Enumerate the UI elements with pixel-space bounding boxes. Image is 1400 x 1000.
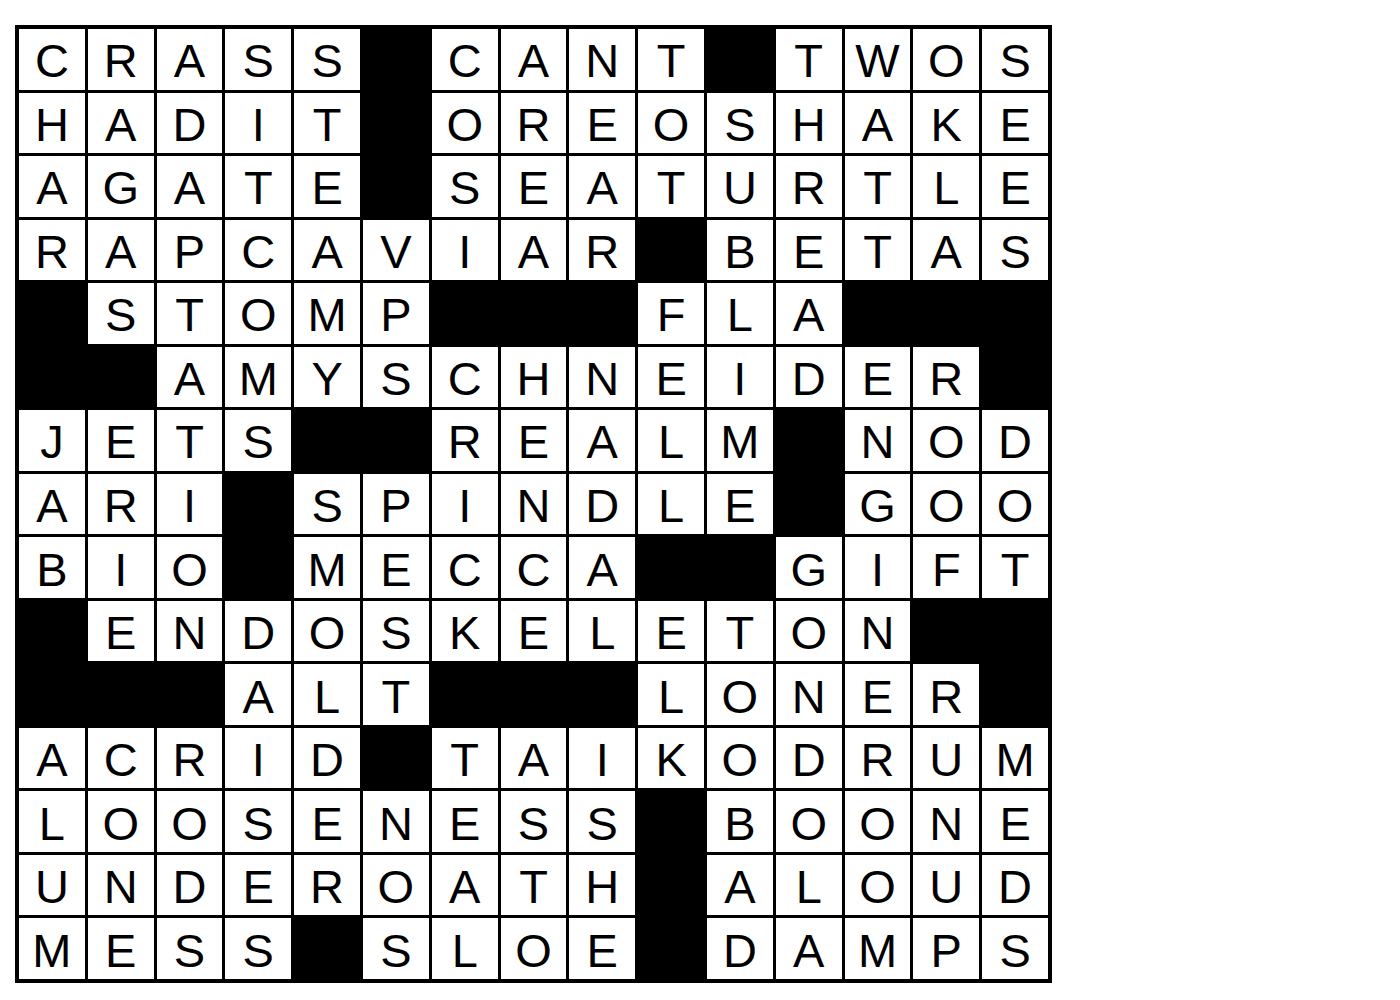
letter-cell-r7c8[interactable]: E [501, 410, 567, 471]
letter-cell-r3c1[interactable]: A [19, 156, 85, 217]
black-cell-r11c3 [157, 664, 223, 725]
letter-cell-r14c1[interactable]: U [19, 855, 85, 916]
letter-cell-r15c12[interactable]: A [776, 918, 842, 979]
cell-letter: T [175, 288, 204, 338]
letter-cell-r9c5[interactable]: M [294, 537, 360, 598]
letter-cell-r3c15[interactable]: E [982, 156, 1048, 217]
cell-letter: I [458, 225, 471, 275]
cell-letter: G [102, 161, 139, 211]
letter-cell-r13c4[interactable]: S [225, 791, 291, 852]
black-cell-r3c6 [363, 156, 429, 217]
cell-letter: V [380, 225, 411, 275]
cell-letter: D [310, 733, 344, 783]
cell-letter: L [727, 288, 753, 338]
letter-cell-r13c11[interactable]: B [707, 791, 773, 852]
cell-letter: A [587, 161, 618, 211]
cell-letter: E [105, 415, 136, 465]
letter-cell-r9c3[interactable]: O [157, 537, 223, 598]
letter-cell-r12c1[interactable]: A [19, 728, 85, 789]
cell-letter: A [862, 98, 893, 148]
letter-cell-r3c8[interactable]: E [501, 156, 567, 217]
letter-cell-r1c9[interactable]: N [569, 29, 635, 90]
letter-cell-r14c5[interactable]: R [294, 855, 360, 916]
cell-letter: O [171, 543, 208, 593]
letter-cell-r1c7[interactable]: C [432, 29, 498, 90]
letter-cell-r4c6[interactable]: V [363, 220, 429, 281]
letter-cell-r11c14[interactable]: R [913, 664, 979, 725]
letter-cell-r14c11[interactable]: A [707, 855, 773, 916]
letter-cell-r2c2[interactable]: A [88, 93, 154, 154]
letter-cell-r9c8[interactable]: C [501, 537, 567, 598]
letter-cell-r15c14[interactable]: P [913, 918, 979, 979]
letter-cell-r11c4[interactable]: A [225, 664, 291, 725]
letter-cell-r2c14[interactable]: K [913, 93, 979, 154]
letter-cell-r14c8[interactable]: T [501, 855, 567, 916]
cell-letter: A [724, 860, 755, 910]
letter-cell-r4c5[interactable]: A [294, 220, 360, 281]
cell-letter: A [311, 225, 342, 275]
cell-letter: E [587, 924, 618, 974]
letter-cell-r8c8[interactable]: N [501, 474, 567, 535]
letter-cell-r13c15[interactable]: E [982, 791, 1048, 852]
letter-cell-r2c4[interactable]: I [225, 93, 291, 154]
cell-letter: S [380, 606, 411, 656]
cell-letter: O [790, 797, 827, 847]
letter-cell-r9c6[interactable]: E [363, 537, 429, 598]
letter-cell-r12c5[interactable]: D [294, 728, 360, 789]
letter-cell-r12c10[interactable]: K [638, 728, 704, 789]
letter-cell-r12c2[interactable]: C [88, 728, 154, 789]
cell-letter: O [653, 98, 690, 148]
cell-letter: A [174, 161, 205, 211]
letter-cell-r3c3[interactable]: A [157, 156, 223, 217]
letter-cell-r7c4[interactable]: S [225, 410, 291, 471]
letter-cell-r11c10[interactable]: L [638, 664, 704, 725]
cell-letter: T [244, 161, 273, 211]
letter-cell-r3c4[interactable]: T [225, 156, 291, 217]
letter-cell-r13c14[interactable]: N [913, 791, 979, 852]
letter-cell-r7c3[interactable]: T [157, 410, 223, 471]
letter-cell-r2c5[interactable]: T [294, 93, 360, 154]
cell-letter: A [36, 161, 67, 211]
letter-cell-r1c2[interactable]: R [88, 29, 154, 90]
cell-letter: R [448, 415, 482, 465]
letter-cell-r9c14[interactable]: F [913, 537, 979, 598]
letter-cell-r15c13[interactable]: M [845, 918, 911, 979]
cell-letter: T [519, 860, 548, 910]
cell-letter: R [35, 225, 69, 275]
letter-cell-r10c8[interactable]: E [501, 601, 567, 662]
letter-cell-r10c5[interactable]: O [294, 601, 360, 662]
letter-cell-r3c12[interactable]: R [776, 156, 842, 217]
letter-cell-r11c11[interactable]: O [707, 664, 773, 725]
letter-cell-r14c6[interactable]: O [363, 855, 429, 916]
letter-cell-r13c6[interactable]: N [363, 791, 429, 852]
letter-cell-r4c13[interactable]: T [845, 220, 911, 281]
letter-cell-r7c14[interactable]: O [913, 410, 979, 471]
letter-cell-r4c15[interactable]: S [982, 220, 1048, 281]
cell-letter: I [458, 479, 471, 529]
letter-cell-r10c6[interactable]: S [363, 601, 429, 662]
letter-cell-r9c15[interactable]: T [982, 537, 1048, 598]
letter-cell-r4c7[interactable]: I [432, 220, 498, 281]
cell-letter: E [862, 670, 893, 720]
letter-cell-r5c5[interactable]: M [294, 283, 360, 344]
cell-letter: O [928, 34, 965, 84]
letter-cell-r10c4[interactable]: D [225, 601, 291, 662]
letter-cell-r7c9[interactable]: A [569, 410, 635, 471]
black-cell-r4c10 [638, 220, 704, 281]
cell-letter: H [792, 98, 826, 148]
letter-cell-r2c11[interactable]: S [707, 93, 773, 154]
letter-cell-r12c3[interactable]: R [157, 728, 223, 789]
letter-cell-r3c10[interactable]: T [638, 156, 704, 217]
cell-letter: O [515, 924, 552, 974]
letter-cell-r9c9[interactable]: A [569, 537, 635, 598]
black-cell-r1c6 [363, 29, 429, 90]
letter-cell-r13c9[interactable]: S [569, 791, 635, 852]
letter-cell-r1c4[interactable]: S [225, 29, 291, 90]
letter-cell-r15c7[interactable]: L [432, 918, 498, 979]
letter-cell-r11c5[interactable]: L [294, 664, 360, 725]
letter-cell-r7c2[interactable]: E [88, 410, 154, 471]
letter-cell-r5c10[interactable]: F [638, 283, 704, 344]
cell-letter: B [724, 797, 755, 847]
letter-cell-r3c7[interactable]: S [432, 156, 498, 217]
letter-cell-r5c12[interactable]: A [776, 283, 842, 344]
black-cell-r11c9 [569, 664, 635, 725]
letter-cell-r14c13[interactable]: O [845, 855, 911, 916]
black-cell-r9c4 [225, 537, 291, 598]
cell-letter: O [859, 797, 896, 847]
letter-cell-r5c3[interactable]: T [157, 283, 223, 344]
cell-letter: L [589, 606, 615, 656]
letter-cell-r4c11[interactable]: B [707, 220, 773, 281]
letter-cell-r1c10[interactable]: T [638, 29, 704, 90]
letter-cell-r15c11[interactable]: D [707, 918, 773, 979]
letter-cell-r12c11[interactable]: O [707, 728, 773, 789]
letter-cell-r10c3[interactable]: N [157, 601, 223, 662]
cell-letter: E [999, 797, 1030, 847]
cell-letter: R [104, 34, 138, 84]
black-cell-r7c6 [363, 410, 429, 471]
letter-cell-r6c13[interactable]: E [845, 347, 911, 408]
letter-cell-r8c1[interactable]: A [19, 474, 85, 535]
black-cell-r9c11 [707, 537, 773, 598]
letter-cell-r2c10[interactable]: O [638, 93, 704, 154]
letter-cell-r13c1[interactable]: L [19, 791, 85, 852]
letter-cell-r14c2[interactable]: N [88, 855, 154, 916]
black-cell-r14c10 [638, 855, 704, 916]
cell-letter: N [861, 606, 895, 656]
letter-cell-r6c12[interactable]: D [776, 347, 842, 408]
letter-cell-r5c4[interactable]: O [225, 283, 291, 344]
cell-letter: A [105, 98, 136, 148]
letter-cell-r13c7[interactable]: E [432, 791, 498, 852]
cell-letter: E [105, 924, 136, 974]
letter-cell-r14c4[interactable]: E [225, 855, 291, 916]
cell-letter: T [863, 225, 892, 275]
cell-letter: M [308, 543, 347, 593]
black-cell-r11c1 [19, 664, 85, 725]
black-cell-r11c15 [982, 664, 1048, 725]
letter-cell-r7c10[interactable]: L [638, 410, 704, 471]
letter-cell-r13c12[interactable]: O [776, 791, 842, 852]
letter-cell-r5c2[interactable]: S [88, 283, 154, 344]
black-cell-r11c8 [501, 664, 567, 725]
cell-letter: N [379, 797, 413, 847]
letter-cell-r2c13[interactable]: A [845, 93, 911, 154]
letter-cell-r8c13[interactable]: G [845, 474, 911, 535]
letter-cell-r6c3[interactable]: A [157, 347, 223, 408]
cell-letter: C [104, 733, 138, 783]
letter-cell-r2c7[interactable]: O [432, 93, 498, 154]
cell-letter: P [931, 924, 962, 974]
cell-letter: E [793, 225, 824, 275]
cell-letter: R [517, 98, 551, 148]
cell-letter: I [252, 733, 265, 783]
letter-cell-r10c12[interactable]: O [776, 601, 842, 662]
cell-letter: O [928, 415, 965, 465]
letter-cell-r8c6[interactable]: P [363, 474, 429, 535]
cell-letter: M [308, 288, 347, 338]
letter-cell-r5c6[interactable]: P [363, 283, 429, 344]
cell-letter: M [996, 733, 1035, 783]
letter-cell-r12c9[interactable]: I [569, 728, 635, 789]
letter-cell-r1c15[interactable]: S [982, 29, 1048, 90]
letter-cell-r1c14[interactable]: O [913, 29, 979, 90]
letter-cell-r14c3[interactable]: D [157, 855, 223, 916]
cell-letter: T [863, 161, 892, 211]
cell-letter: B [36, 543, 67, 593]
letter-cell-r12c15[interactable]: M [982, 728, 1048, 789]
letter-cell-r6c14[interactable]: R [913, 347, 979, 408]
letter-cell-r1c3[interactable]: A [157, 29, 223, 90]
letter-cell-r15c8[interactable]: O [501, 918, 567, 979]
letter-cell-r4c9[interactable]: R [569, 220, 635, 281]
letter-cell-r2c15[interactable]: E [982, 93, 1048, 154]
letter-cell-r8c10[interactable]: L [638, 474, 704, 535]
letter-cell-r6c4[interactable]: M [225, 347, 291, 408]
letter-cell-r7c15[interactable]: D [982, 410, 1048, 471]
black-cell-r6c15 [982, 347, 1048, 408]
cell-letter: T [657, 161, 686, 211]
cell-letter: I [871, 543, 884, 593]
letter-cell-r5c11[interactable]: L [707, 283, 773, 344]
black-cell-r13c10 [638, 791, 704, 852]
letter-cell-r7c11[interactable]: M [707, 410, 773, 471]
letter-cell-r12c4[interactable]: I [225, 728, 291, 789]
cell-letter: A [105, 225, 136, 275]
cell-letter: E [655, 352, 686, 402]
letter-cell-r15c1[interactable]: M [19, 918, 85, 979]
letter-cell-r8c15[interactable]: O [982, 474, 1048, 535]
letter-cell-r6c8[interactable]: H [501, 347, 567, 408]
crossword-grid: CRASSCANTTWOSHADITOREOSHAKEAGATESEATURTL… [15, 25, 1052, 983]
letter-cell-r13c13[interactable]: O [845, 791, 911, 852]
letter-cell-r6c9[interactable]: N [569, 347, 635, 408]
letter-cell-r4c2[interactable]: A [88, 220, 154, 281]
letter-cell-r11c6[interactable]: T [363, 664, 429, 725]
letter-cell-r4c4[interactable]: C [225, 220, 291, 281]
letter-cell-r1c12[interactable]: T [776, 29, 842, 90]
letter-cell-r4c14[interactable]: A [913, 220, 979, 281]
letter-cell-r4c3[interactable]: P [157, 220, 223, 281]
letter-cell-r15c15[interactable]: S [982, 918, 1048, 979]
letter-cell-r8c11[interactable]: E [707, 474, 773, 535]
letter-cell-r3c11[interactable]: U [707, 156, 773, 217]
letter-cell-r14c12[interactable]: L [776, 855, 842, 916]
cell-letter: U [35, 860, 69, 910]
letter-cell-r9c7[interactable]: C [432, 537, 498, 598]
cell-letter: O [859, 860, 896, 910]
letter-cell-r13c5[interactable]: E [294, 791, 360, 852]
cell-letter: N [585, 34, 619, 84]
letter-cell-r8c9[interactable]: D [569, 474, 635, 535]
cell-letter: T [657, 34, 686, 84]
cell-letter: S [449, 161, 480, 211]
cell-letter: C [448, 543, 482, 593]
letter-cell-r2c3[interactable]: D [157, 93, 223, 154]
cell-letter: N [929, 797, 963, 847]
letter-cell-r14c14[interactable]: U [913, 855, 979, 916]
cell-letter: N [104, 860, 138, 910]
black-cell-r5c7 [432, 283, 498, 344]
letter-cell-r7c7[interactable]: R [432, 410, 498, 471]
letter-cell-r4c1[interactable]: R [19, 220, 85, 281]
letter-cell-r11c12[interactable]: N [776, 664, 842, 725]
cell-letter: S [243, 797, 274, 847]
cell-letter: P [380, 288, 411, 338]
letter-cell-r7c1[interactable]: J [19, 410, 85, 471]
letter-cell-r3c14[interactable]: L [913, 156, 979, 217]
letter-cell-r15c2[interactable]: E [88, 918, 154, 979]
cell-letter: O [790, 606, 827, 656]
letter-cell-r12c12[interactable]: D [776, 728, 842, 789]
cell-letter: T [726, 606, 755, 656]
letter-cell-r3c9[interactable]: A [569, 156, 635, 217]
black-cell-r5c13 [845, 283, 911, 344]
cell-letter: L [314, 670, 340, 720]
letter-cell-r3c13[interactable]: T [845, 156, 911, 217]
cell-letter: A [174, 34, 205, 84]
letter-cell-r2c9[interactable]: E [569, 93, 635, 154]
letter-cell-r14c15[interactable]: D [982, 855, 1048, 916]
letter-cell-r9c12[interactable]: G [776, 537, 842, 598]
black-cell-r5c1 [19, 283, 85, 344]
cell-letter: R [929, 352, 963, 402]
cell-letter: R [861, 733, 895, 783]
letter-cell-r10c9[interactable]: L [569, 601, 635, 662]
cell-letter: D [723, 924, 757, 974]
letter-cell-r9c2[interactable]: I [88, 537, 154, 598]
letter-cell-r6c5[interactable]: Y [294, 347, 360, 408]
letter-cell-r1c13[interactable]: W [845, 29, 911, 90]
letter-cell-r6c6[interactable]: S [363, 347, 429, 408]
cell-letter: C [448, 352, 482, 402]
letter-cell-r10c11[interactable]: T [707, 601, 773, 662]
cell-letter: S [999, 225, 1030, 275]
letter-cell-r9c13[interactable]: I [845, 537, 911, 598]
black-cell-r11c2 [88, 664, 154, 725]
cell-letter: S [243, 34, 274, 84]
letter-cell-r11c13[interactable]: E [845, 664, 911, 725]
cell-letter: O [171, 797, 208, 847]
black-cell-r12c6 [363, 728, 429, 789]
cell-letter: H [517, 352, 551, 402]
cell-letter: A [793, 288, 824, 338]
letter-cell-r14c7[interactable]: A [432, 855, 498, 916]
cell-letter: L [658, 670, 684, 720]
letter-cell-r2c12[interactable]: H [776, 93, 842, 154]
letter-cell-r10c2[interactable]: E [88, 601, 154, 662]
letter-cell-r6c7[interactable]: C [432, 347, 498, 408]
cell-letter: E [655, 606, 686, 656]
cell-letter: U [929, 860, 963, 910]
cell-letter: S [724, 98, 755, 148]
cell-letter: A [587, 415, 618, 465]
letter-cell-r3c5[interactable]: E [294, 156, 360, 217]
letter-cell-r12c7[interactable]: T [432, 728, 498, 789]
letter-cell-r3c2[interactable]: G [88, 156, 154, 217]
letter-cell-r2c1[interactable]: H [19, 93, 85, 154]
cell-letter: S [311, 479, 342, 529]
cell-letter: T [1001, 543, 1030, 593]
letter-cell-r8c14[interactable]: O [913, 474, 979, 535]
letter-cell-r10c7[interactable]: K [432, 601, 498, 662]
cell-letter: A [36, 479, 67, 529]
letter-cell-r1c8[interactable]: A [501, 29, 567, 90]
letter-cell-r12c8[interactable]: A [501, 728, 567, 789]
letter-cell-r6c11[interactable]: I [707, 347, 773, 408]
letter-cell-r15c6[interactable]: S [363, 918, 429, 979]
letter-cell-r13c3[interactable]: O [157, 791, 223, 852]
letter-cell-r8c2[interactable]: R [88, 474, 154, 535]
letter-cell-r4c8[interactable]: A [501, 220, 567, 281]
letter-cell-r12c14[interactable]: U [913, 728, 979, 789]
letter-cell-r1c5[interactable]: S [294, 29, 360, 90]
letter-cell-r6c10[interactable]: E [638, 347, 704, 408]
letter-cell-r15c3[interactable]: S [157, 918, 223, 979]
cell-letter: A [793, 924, 824, 974]
letter-cell-r8c5[interactable]: S [294, 474, 360, 535]
letter-cell-r13c8[interactable]: S [501, 791, 567, 852]
cell-letter: A [518, 733, 549, 783]
cell-letter: E [587, 98, 618, 148]
letter-cell-r1c1[interactable]: C [19, 29, 85, 90]
letter-cell-r14c9[interactable]: H [569, 855, 635, 916]
cell-letter: E [311, 161, 342, 211]
black-cell-r7c5 [294, 410, 360, 471]
letter-cell-r8c3[interactable]: I [157, 474, 223, 535]
letter-cell-r10c13[interactable]: N [845, 601, 911, 662]
cell-letter: S [311, 34, 342, 84]
cell-letter: O [240, 288, 277, 338]
cell-letter: H [585, 860, 619, 910]
letter-cell-r7c13[interactable]: N [845, 410, 911, 471]
letter-cell-r10c10[interactable]: E [638, 601, 704, 662]
letter-cell-r8c7[interactable]: I [432, 474, 498, 535]
letter-cell-r15c4[interactable]: S [225, 918, 291, 979]
letter-cell-r15c9[interactable]: E [569, 918, 635, 979]
letter-cell-r2c8[interactable]: R [501, 93, 567, 154]
letter-cell-r13c2[interactable]: O [88, 791, 154, 852]
letter-cell-r9c1[interactable]: B [19, 537, 85, 598]
cell-letter: E [862, 352, 893, 402]
letter-cell-r12c13[interactable]: R [845, 728, 911, 789]
letter-cell-r4c12[interactable]: E [776, 220, 842, 281]
cell-letter: N [517, 479, 551, 529]
